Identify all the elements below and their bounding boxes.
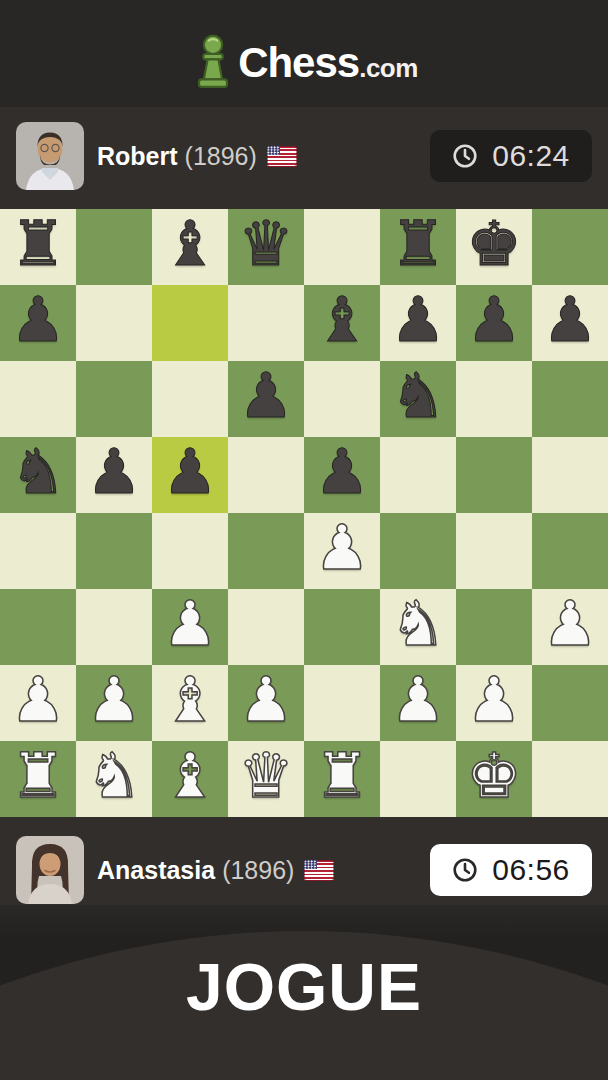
black-pawn-g7[interactable]: ♟ [466,282,522,358]
square-e1[interactable]: ♜ [304,741,380,817]
black-knight-a5[interactable]: ♞ [10,434,66,510]
square-b3[interactable] [76,589,152,665]
black-queen-d8[interactable]: ♛ [238,206,294,282]
logo-suffix: .com [359,53,418,84]
square-h7[interactable]: ♟ [532,285,608,361]
square-g2[interactable]: ♟ [456,665,532,741]
square-g8[interactable]: ♚ [456,209,532,285]
square-a7[interactable]: ♟ [0,285,76,361]
square-g1[interactable]: ♚ [456,741,532,817]
opponent-avatar-image [16,122,84,190]
chesscom-app-screen: Chess .com Robert (1896) [0,0,608,1080]
square-c7[interactable] [152,285,228,361]
square-c1[interactable]: ♝ [152,741,228,817]
square-e8[interactable] [304,209,380,285]
opponent-rating: (1896) [185,142,257,171]
opponent-player-bar[interactable]: Robert (1896) 06:24 [16,122,592,190]
square-c8[interactable]: ♝ [152,209,228,285]
square-f8[interactable]: ♜ [380,209,456,285]
player-rating: (1896) [222,856,294,885]
white-bishop-c1[interactable]: ♝ [162,738,218,814]
square-a5[interactable]: ♞ [0,437,76,513]
black-pawn-e5[interactable]: ♟ [314,434,370,510]
opponent-avatar[interactable] [16,122,84,190]
white-rook-e1[interactable]: ♜ [314,738,370,814]
square-e7[interactable]: ♝ [304,285,380,361]
square-g7[interactable]: ♟ [456,285,532,361]
square-f4[interactable] [380,513,456,589]
square-c2[interactable]: ♝ [152,665,228,741]
white-king-g1[interactable]: ♚ [466,738,522,814]
square-a8[interactable]: ♜ [0,209,76,285]
square-b8[interactable] [76,209,152,285]
white-pawn-e4[interactable]: ♟ [314,510,370,586]
black-bishop-c8[interactable]: ♝ [162,206,218,282]
square-c5[interactable]: ♟ [152,437,228,513]
opponent-time: 06:24 [492,139,570,173]
white-knight-b1[interactable]: ♞ [86,738,142,814]
square-h2[interactable] [532,665,608,741]
square-e5[interactable]: ♟ [304,437,380,513]
white-pawn-c3[interactable]: ♟ [162,586,218,662]
square-e4[interactable]: ♟ [304,513,380,589]
player-name: Anastasia [97,856,215,885]
square-d2[interactable]: ♟ [228,665,304,741]
white-queen-d1[interactable]: ♛ [238,738,294,814]
square-d5[interactable] [228,437,304,513]
square-h4[interactable] [532,513,608,589]
square-d8[interactable]: ♛ [228,209,304,285]
square-h1[interactable] [532,741,608,817]
black-rook-a8[interactable]: ♜ [10,206,66,282]
opponent-name: Robert [97,142,178,171]
square-a6[interactable] [0,361,76,437]
square-g5[interactable] [456,437,532,513]
square-a3[interactable] [0,589,76,665]
logo-text: Chess [238,39,359,87]
chess-board[interactable]: ♜♝♛♜♚♟♝♟♟♟♟♞♞♟♟♟♟♟♞♟♟♟♝♟♟♟♜♞♝♛♜♚ [0,209,608,817]
player-avatar-image [16,836,84,904]
square-f5[interactable] [380,437,456,513]
us-flag-icon [304,860,334,881]
black-pawn-h7[interactable]: ♟ [542,282,598,358]
chesscom-pawn-logo-icon [190,33,236,89]
black-pawn-c5[interactable]: ♟ [162,434,218,510]
play-cta[interactable]: JOGUE [0,949,608,1025]
white-pawn-f2[interactable]: ♟ [390,662,446,738]
black-pawn-d6[interactable]: ♟ [238,358,294,434]
square-f7[interactable]: ♟ [380,285,456,361]
black-bishop-e7[interactable]: ♝ [314,282,370,358]
square-c6[interactable] [152,361,228,437]
chesscom-logo[interactable]: Chess .com [190,21,418,87]
square-c3[interactable]: ♟ [152,589,228,665]
white-pawn-a2[interactable]: ♟ [10,662,66,738]
square-g6[interactable] [456,361,532,437]
player-avatar[interactable] [16,836,84,904]
player-clock-active: 06:56 [430,844,592,896]
square-h8[interactable] [532,209,608,285]
player-time: 06:56 [492,853,570,887]
square-g4[interactable] [456,513,532,589]
black-king-g8[interactable]: ♚ [466,206,522,282]
square-e2[interactable] [304,665,380,741]
square-f2[interactable]: ♟ [380,665,456,741]
black-rook-f8[interactable]: ♜ [390,206,446,282]
white-pawn-g2[interactable]: ♟ [466,662,522,738]
square-h5[interactable] [532,437,608,513]
player-info: Anastasia (1896) [97,856,430,885]
app-header: Chess .com [0,0,608,107]
square-e3[interactable] [304,589,380,665]
square-b4[interactable] [76,513,152,589]
clock-icon [452,143,478,169]
square-b2[interactable]: ♟ [76,665,152,741]
black-pawn-f7[interactable]: ♟ [390,282,446,358]
white-rook-a1[interactable]: ♜ [10,738,66,814]
square-f3[interactable]: ♞ [380,589,456,665]
square-a4[interactable] [0,513,76,589]
square-d1[interactable]: ♛ [228,741,304,817]
us-flag-icon [267,146,297,167]
white-pawn-b2[interactable]: ♟ [86,662,142,738]
bottom-section: JOGUE [0,905,608,1080]
square-h6[interactable] [532,361,608,437]
square-b1[interactable]: ♞ [76,741,152,817]
square-d4[interactable] [228,513,304,589]
player-player-bar[interactable]: Anastasia (1896) 06:56 [16,836,592,904]
square-d7[interactable] [228,285,304,361]
white-pawn-h3[interactable]: ♟ [542,586,598,662]
white-knight-f3[interactable]: ♞ [390,586,446,662]
white-bishop-c2[interactable]: ♝ [162,662,218,738]
clock-icon [452,857,478,883]
square-d6[interactable]: ♟ [228,361,304,437]
black-pawn-b5[interactable]: ♟ [86,434,142,510]
square-a1[interactable]: ♜ [0,741,76,817]
square-b7[interactable] [76,285,152,361]
opponent-clock: 06:24 [430,130,592,182]
square-b6[interactable] [76,361,152,437]
opponent-info: Robert (1896) [97,142,430,171]
white-pawn-d2[interactable]: ♟ [238,662,294,738]
square-f6[interactable]: ♞ [380,361,456,437]
square-g3[interactable] [456,589,532,665]
square-c4[interactable] [152,513,228,589]
square-f1[interactable] [380,741,456,817]
square-b5[interactable]: ♟ [76,437,152,513]
black-pawn-a7[interactable]: ♟ [10,282,66,358]
square-h3[interactable]: ♟ [532,589,608,665]
square-e6[interactable] [304,361,380,437]
black-knight-f6[interactable]: ♞ [390,358,446,434]
square-d3[interactable] [228,589,304,665]
square-a2[interactable]: ♟ [0,665,76,741]
